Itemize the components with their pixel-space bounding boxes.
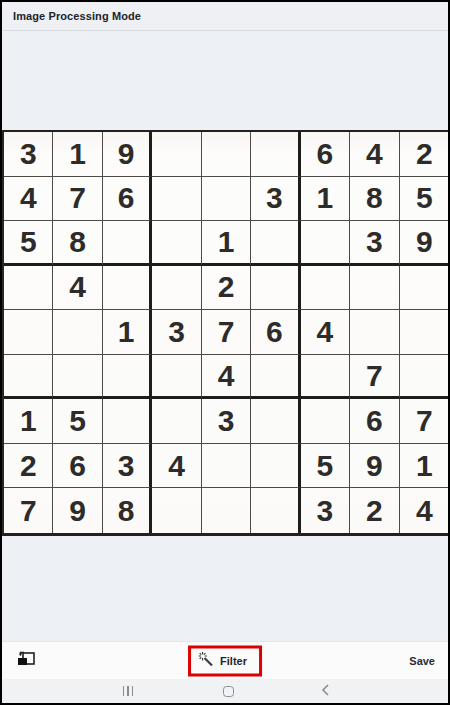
sudoku-cell-r6c5: 4 bbox=[202, 355, 251, 400]
back-icon bbox=[321, 684, 330, 699]
sudoku-cell-r4c4 bbox=[152, 266, 201, 311]
sudoku-cell-r3c5: 1 bbox=[202, 221, 251, 266]
sudoku-cell-r9c3: 8 bbox=[103, 488, 152, 533]
android-nav-bar bbox=[2, 679, 448, 703]
sudoku-cell-r9c1: 7 bbox=[4, 488, 53, 533]
sudoku-cell-r4c3 bbox=[103, 266, 152, 311]
sudoku-cell-r9c2: 9 bbox=[53, 488, 102, 533]
page-title: Image Processing Mode bbox=[13, 10, 141, 22]
sudoku-cell-r2c7: 1 bbox=[301, 177, 350, 222]
rotate-icon bbox=[15, 650, 37, 671]
sudoku-cell-r6c1 bbox=[4, 355, 53, 400]
save-button[interactable]: Save bbox=[409, 655, 435, 667]
sudoku-cell-r2c8: 8 bbox=[350, 177, 399, 222]
rotate-button[interactable] bbox=[13, 649, 39, 673]
sudoku-cell-r2c5 bbox=[202, 177, 251, 222]
sudoku-cell-r1c5 bbox=[202, 132, 251, 177]
sudoku-cell-r9c4 bbox=[152, 488, 201, 533]
sudoku-cell-r3c9: 9 bbox=[400, 221, 449, 266]
sudoku-cell-r4c8 bbox=[350, 266, 399, 311]
sudoku-cell-r7c2: 5 bbox=[53, 399, 102, 444]
sudoku-cell-r6c8: 7 bbox=[350, 355, 399, 400]
sudoku-cell-r1c4 bbox=[152, 132, 201, 177]
sudoku-cell-r9c5 bbox=[202, 488, 251, 533]
sudoku-cell-r4c9 bbox=[400, 266, 449, 311]
sudoku-cell-r1c1: 3 bbox=[4, 132, 53, 177]
sudoku-cell-r7c9: 7 bbox=[400, 399, 449, 444]
sudoku-cell-r5c4: 3 bbox=[152, 310, 201, 355]
content-background-top bbox=[2, 31, 448, 130]
sudoku-cell-r5c8 bbox=[350, 310, 399, 355]
sudoku-cell-r2c1: 4 bbox=[4, 177, 53, 222]
sudoku-cell-r9c6 bbox=[251, 488, 300, 533]
sudoku-cell-r2c3: 6 bbox=[103, 177, 152, 222]
sudoku-cell-r7c6 bbox=[251, 399, 300, 444]
sudoku-cell-r7c1: 1 bbox=[4, 399, 53, 444]
sudoku-cell-r5c1 bbox=[4, 310, 53, 355]
bottom-toolbar: Filter Save bbox=[2, 641, 448, 679]
sudoku-cell-r1c7: 6 bbox=[301, 132, 350, 177]
sudoku-cell-r7c8: 6 bbox=[350, 399, 399, 444]
sudoku-cell-r8c5 bbox=[202, 444, 251, 489]
sudoku-cell-r9c8: 2 bbox=[350, 488, 399, 533]
sudoku-cell-r7c3 bbox=[103, 399, 152, 444]
sudoku-cell-r5c2 bbox=[53, 310, 102, 355]
sudoku-cell-r2c2: 7 bbox=[53, 177, 102, 222]
sudoku-cell-r2c4 bbox=[152, 177, 201, 222]
sudoku-cell-r5c7: 4 bbox=[301, 310, 350, 355]
sudoku-cell-r5c6: 6 bbox=[251, 310, 300, 355]
filter-button-label: Filter bbox=[220, 655, 247, 667]
sudoku-cell-r8c1: 2 bbox=[4, 444, 53, 489]
sudoku-cell-r5c3: 1 bbox=[103, 310, 152, 355]
sudoku-cell-r1c2: 1 bbox=[53, 132, 102, 177]
sudoku-cell-r3c6 bbox=[251, 221, 300, 266]
sudoku-cell-r4c6 bbox=[251, 266, 300, 311]
sudoku-cell-r3c4 bbox=[152, 221, 201, 266]
filter-button[interactable]: Filter bbox=[188, 645, 262, 676]
magic-wand-icon bbox=[198, 651, 214, 670]
sudoku-board: 3196424763185581394213764471536726345917… bbox=[2, 130, 450, 536]
recents-icon bbox=[123, 686, 134, 696]
sudoku-cell-r4c1 bbox=[4, 266, 53, 311]
back-button[interactable] bbox=[313, 682, 337, 700]
sudoku-cell-r7c7 bbox=[301, 399, 350, 444]
sudoku-cell-r2c6: 3 bbox=[251, 177, 300, 222]
content-background-bottom bbox=[2, 536, 448, 641]
sudoku-cell-r6c3 bbox=[103, 355, 152, 400]
sudoku-cell-r8c9: 1 bbox=[400, 444, 449, 489]
sudoku-cell-r8c6 bbox=[251, 444, 300, 489]
sudoku-cell-r8c3: 3 bbox=[103, 444, 152, 489]
sudoku-cell-r8c7: 5 bbox=[301, 444, 350, 489]
sudoku-cell-r6c7 bbox=[301, 355, 350, 400]
home-icon bbox=[223, 686, 234, 697]
sudoku-cell-r9c9: 4 bbox=[400, 488, 449, 533]
sudoku-cell-r3c2: 8 bbox=[53, 221, 102, 266]
sudoku-cell-r6c9 bbox=[400, 355, 449, 400]
sudoku-cell-r6c2 bbox=[53, 355, 102, 400]
sudoku-cell-r1c9: 2 bbox=[400, 132, 449, 177]
sudoku-cell-r4c7 bbox=[301, 266, 350, 311]
sudoku-cell-r9c7: 3 bbox=[301, 488, 350, 533]
sudoku-cell-r1c6 bbox=[251, 132, 300, 177]
sudoku-cell-r3c1: 5 bbox=[4, 221, 53, 266]
sudoku-cell-r3c7 bbox=[301, 221, 350, 266]
sudoku-cell-r5c5: 7 bbox=[202, 310, 251, 355]
sudoku-cell-r4c2: 4 bbox=[53, 266, 102, 311]
sudoku-cell-r8c4: 4 bbox=[152, 444, 201, 489]
app-window: Image Processing Mode 319642476318558139… bbox=[0, 0, 450, 705]
sudoku-cell-r5c9 bbox=[400, 310, 449, 355]
sudoku-cell-r3c3 bbox=[103, 221, 152, 266]
sudoku-cell-r1c8: 4 bbox=[350, 132, 399, 177]
sudoku-cell-r3c8: 3 bbox=[350, 221, 399, 266]
sudoku-cell-r4c5: 2 bbox=[202, 266, 251, 311]
sudoku-cell-r7c4 bbox=[152, 399, 201, 444]
title-bar: Image Processing Mode bbox=[2, 2, 448, 31]
sudoku-cell-r7c5: 3 bbox=[202, 399, 251, 444]
recents-button[interactable] bbox=[116, 682, 140, 700]
sudoku-cell-r1c3: 9 bbox=[103, 132, 152, 177]
home-button[interactable] bbox=[216, 682, 240, 700]
sudoku-cell-r6c6 bbox=[251, 355, 300, 400]
sudoku-cell-r6c4 bbox=[152, 355, 201, 400]
sudoku-cell-r8c2: 6 bbox=[53, 444, 102, 489]
sudoku-cell-r2c9: 5 bbox=[400, 177, 449, 222]
sudoku-cell-r8c8: 9 bbox=[350, 444, 399, 489]
